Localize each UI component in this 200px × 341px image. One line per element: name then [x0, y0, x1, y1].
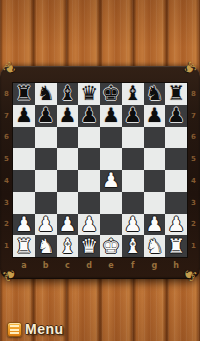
square-g7[interactable]: ♟: [144, 105, 166, 127]
white-pawn[interactable]: ♟: [15, 214, 33, 235]
square-h3[interactable]: [165, 192, 187, 214]
square-e2[interactable]: [100, 214, 122, 236]
file-label-d: d: [78, 258, 100, 272]
rank-label-left-3: 3: [0, 192, 13, 214]
square-d2[interactable]: ♟: [78, 214, 100, 236]
square-e7[interactable]: ♟: [100, 105, 122, 127]
square-b5[interactable]: [35, 148, 57, 170]
white-pawn[interactable]: ♟: [58, 214, 76, 235]
square-f1[interactable]: ♝: [122, 235, 144, 257]
black-queen[interactable]: ♛: [80, 83, 98, 104]
rank-label-left-4: 4: [0, 170, 13, 192]
file-label-g: g: [144, 258, 166, 272]
black-bishop[interactable]: ♝: [124, 83, 142, 104]
square-c4[interactable]: [57, 170, 79, 192]
square-b8[interactable]: ♞: [35, 83, 57, 105]
white-knight[interactable]: ♞: [37, 236, 55, 257]
file-labels: abcdefgh: [13, 258, 187, 272]
square-d6[interactable]: [78, 127, 100, 149]
file-label-a: a: [13, 258, 35, 272]
square-a1[interactable]: ♜: [13, 235, 35, 257]
square-b6[interactable]: [35, 127, 57, 149]
square-a4[interactable]: [13, 170, 35, 192]
square-b7[interactable]: ♟: [35, 105, 57, 127]
white-rook[interactable]: ♜: [167, 236, 185, 257]
square-h6[interactable]: [165, 127, 187, 149]
rank-label-left-6: 6: [0, 127, 13, 149]
black-pawn[interactable]: ♟: [15, 105, 33, 126]
white-pawn[interactable]: ♟: [167, 214, 185, 235]
square-c7[interactable]: ♟: [57, 105, 79, 127]
file-label-e: e: [100, 258, 122, 272]
square-b2[interactable]: ♟: [35, 214, 57, 236]
menu-button-label: Menu: [25, 321, 64, 337]
square-d7[interactable]: ♟: [78, 105, 100, 127]
square-e4[interactable]: ♟: [100, 170, 122, 192]
rank-labels-right: 87654321: [187, 83, 200, 257]
square-g1[interactable]: ♞: [144, 235, 166, 257]
rank-label-right-2: 2: [187, 214, 200, 236]
rank-label-right-5: 5: [187, 148, 200, 170]
file-label-c: c: [57, 258, 79, 272]
board-squares: ♜♞♝♛♚♝♞♜♟♟♟♟♟♟♟♟♟♟♟♟♟♟♟♟♜♞♝♛♚♝♞♜: [13, 83, 187, 257]
rank-label-left-1: 1: [0, 235, 13, 257]
rank-label-left-7: 7: [0, 105, 13, 127]
rank-label-right-4: 4: [187, 170, 200, 192]
square-a3[interactable]: [13, 192, 35, 214]
square-h8[interactable]: ♜: [165, 83, 187, 105]
square-e1[interactable]: ♚: [100, 235, 122, 257]
square-c2[interactable]: ♟: [57, 214, 79, 236]
black-knight[interactable]: ♞: [37, 83, 55, 104]
white-pawn[interactable]: ♟: [124, 214, 142, 235]
file-label-f: f: [122, 258, 144, 272]
black-pawn[interactable]: ♟: [37, 105, 55, 126]
white-king[interactable]: ♚: [102, 236, 120, 257]
square-e3[interactable]: [100, 192, 122, 214]
square-f6[interactable]: [122, 127, 144, 149]
rank-label-right-7: 7: [187, 105, 200, 127]
black-pawn[interactable]: ♟: [167, 105, 185, 126]
square-d4[interactable]: [78, 170, 100, 192]
white-rook[interactable]: ♜: [15, 236, 33, 257]
white-knight[interactable]: ♞: [145, 236, 163, 257]
black-bishop[interactable]: ♝: [58, 83, 76, 104]
square-h7[interactable]: ♟: [165, 105, 187, 127]
square-h5[interactable]: [165, 148, 187, 170]
square-c1[interactable]: ♝: [57, 235, 79, 257]
square-g4[interactable]: [144, 170, 166, 192]
square-b4[interactable]: [35, 170, 57, 192]
black-rook[interactable]: ♜: [15, 83, 33, 104]
white-bishop[interactable]: ♝: [58, 236, 76, 257]
square-f5[interactable]: [122, 148, 144, 170]
square-d1[interactable]: ♛: [78, 235, 100, 257]
square-c3[interactable]: [57, 192, 79, 214]
white-pawn[interactable]: ♟: [145, 214, 163, 235]
white-queen[interactable]: ♛: [80, 236, 98, 257]
rank-label-left-2: 2: [0, 214, 13, 236]
rank-label-right-3: 3: [187, 192, 200, 214]
rank-label-left-8: 8: [0, 83, 13, 105]
black-pawn[interactable]: ♟: [124, 105, 142, 126]
file-label-b: b: [35, 258, 57, 272]
square-a2[interactable]: ♟: [13, 214, 35, 236]
black-pawn[interactable]: ♟: [80, 105, 98, 126]
hamburger-list-icon: [7, 322, 22, 337]
square-e5[interactable]: [100, 148, 122, 170]
square-b3[interactable]: [35, 192, 57, 214]
square-h1[interactable]: ♜: [165, 235, 187, 257]
menu-button[interactable]: Menu: [7, 321, 64, 337]
square-d8[interactable]: ♛: [78, 83, 100, 105]
white-pawn[interactable]: ♟: [102, 170, 120, 191]
rank-label-right-6: 6: [187, 127, 200, 149]
square-f2[interactable]: ♟: [122, 214, 144, 236]
square-g6[interactable]: [144, 127, 166, 149]
square-h4[interactable]: [165, 170, 187, 192]
black-pawn[interactable]: ♟: [145, 105, 163, 126]
square-d3[interactable]: [78, 192, 100, 214]
square-c6[interactable]: [57, 127, 79, 149]
file-label-h: h: [165, 258, 187, 272]
square-c8[interactable]: ♝: [57, 83, 79, 105]
square-g2[interactable]: ♟: [144, 214, 166, 236]
rank-label-left-5: 5: [0, 148, 13, 170]
square-f8[interactable]: ♝: [122, 83, 144, 105]
black-rook[interactable]: ♜: [167, 83, 185, 104]
rank-label-right-8: 8: [187, 83, 200, 105]
corner-ornament-top-right: ❦: [180, 59, 200, 79]
black-pawn[interactable]: ♟: [58, 105, 76, 126]
square-b1[interactable]: ♞: [35, 235, 57, 257]
square-e6[interactable]: [100, 127, 122, 149]
square-a5[interactable]: [13, 148, 35, 170]
square-a6[interactable]: [13, 127, 35, 149]
white-pawn[interactable]: ♟: [80, 214, 98, 235]
square-g8[interactable]: ♞: [144, 83, 166, 105]
black-king[interactable]: ♚: [102, 83, 120, 104]
square-f3[interactable]: [122, 192, 144, 214]
square-g5[interactable]: [144, 148, 166, 170]
square-c5[interactable]: [57, 148, 79, 170]
rank-labels-left: 87654321: [0, 83, 13, 257]
square-a7[interactable]: ♟: [13, 105, 35, 127]
white-bishop[interactable]: ♝: [124, 236, 142, 257]
square-g3[interactable]: [144, 192, 166, 214]
square-a8[interactable]: ♜: [13, 83, 35, 105]
white-pawn[interactable]: ♟: [37, 214, 55, 235]
square-f4[interactable]: [122, 170, 144, 192]
black-knight[interactable]: ♞: [145, 83, 163, 104]
wood-background: ❦ ❦ ❦ ❦ 87654321 ♜♞♝♛♚♝♞♜♟♟♟♟♟♟♟♟♟♟♟♟♟♟♟…: [0, 0, 200, 341]
square-h2[interactable]: ♟: [165, 214, 187, 236]
square-f7[interactable]: ♟: [122, 105, 144, 127]
square-d5[interactable]: [78, 148, 100, 170]
board-frame: ❦ ❦ ❦ ❦ 87654321 ♜♞♝♛♚♝♞♜♟♟♟♟♟♟♟♟♟♟♟♟♟♟♟…: [0, 66, 200, 279]
black-pawn[interactable]: ♟: [102, 105, 120, 126]
corner-ornament-top-left: ❦: [1, 59, 21, 79]
square-e8[interactable]: ♚: [100, 83, 122, 105]
rank-label-right-1: 1: [187, 235, 200, 257]
